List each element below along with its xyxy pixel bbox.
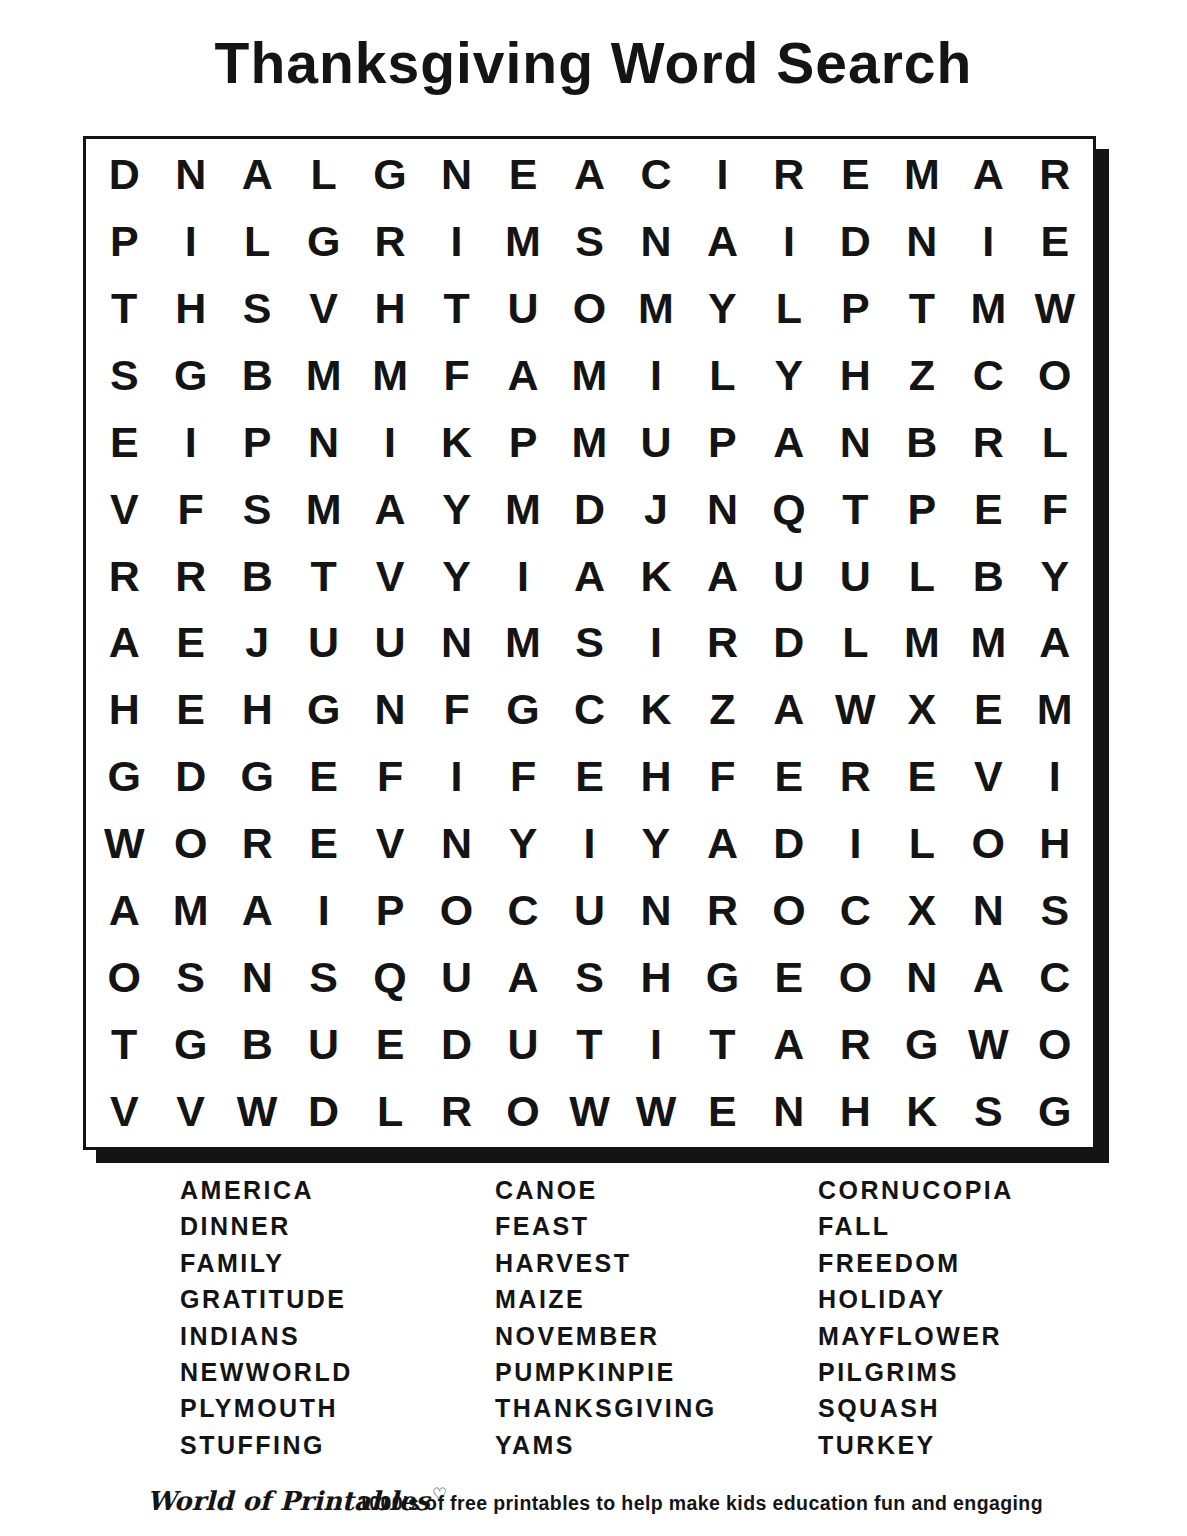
word-list-item: NEWWORLD [180, 1354, 353, 1390]
word-list-item: STUFFING [180, 1427, 353, 1463]
grid-cell[interactable]: O [423, 877, 489, 944]
grid-cell[interactable]: B [224, 342, 290, 409]
grid-cell[interactable]: C [623, 141, 689, 208]
grid-cell[interactable]: E [157, 676, 223, 743]
word-list-item: TURKEY [818, 1427, 1014, 1463]
grid-cell[interactable]: S [224, 275, 290, 342]
grid-cell[interactable]: O [490, 1078, 556, 1145]
grid-cell[interactable]: H [822, 342, 888, 409]
grid-cell[interactable]: A [955, 944, 1021, 1011]
grid-cell[interactable]: Y [623, 810, 689, 877]
word-list-item: PLYMOUTH [180, 1390, 353, 1426]
grid-cell[interactable]: M [889, 141, 955, 208]
grid-cell[interactable]: G [224, 743, 290, 810]
word-list-item: NOVEMBER [495, 1318, 717, 1354]
grid-cell[interactable]: A [357, 476, 423, 543]
grid-cell[interactable]: D [423, 1011, 489, 1078]
grid-cell[interactable]: G [91, 743, 157, 810]
grid-cell[interactable]: E [955, 676, 1021, 743]
grid-cell[interactable]: L [822, 610, 888, 677]
page-title: Thanksgiving Word Search [0, 30, 1187, 96]
grid-cell[interactable]: B [889, 409, 955, 476]
grid-cell[interactable]: J [224, 610, 290, 677]
grid-cell[interactable]: N [423, 810, 489, 877]
grid-cell[interactable]: A [490, 342, 556, 409]
grid-cell[interactable]: M [889, 610, 955, 677]
grid-cell[interactable]: H [623, 944, 689, 1011]
grid-cell[interactable]: R [91, 543, 157, 610]
grid-cell[interactable]: A [756, 409, 822, 476]
grid-cell[interactable]: H [822, 1078, 888, 1145]
grid-cell[interactable]: V [357, 543, 423, 610]
grid-cell[interactable]: U [623, 409, 689, 476]
grid-cell[interactable]: D [290, 1078, 356, 1145]
grid-cell[interactable]: U [490, 1011, 556, 1078]
grid-cell[interactable]: M [357, 342, 423, 409]
grid-cell[interactable]: U [490, 275, 556, 342]
grid-cell[interactable]: M [955, 610, 1021, 677]
grid-cell[interactable]: I [623, 1011, 689, 1078]
word-list-item: AMERICA [180, 1172, 353, 1208]
grid-cell[interactable]: G [490, 676, 556, 743]
grid-cell[interactable]: R [689, 610, 755, 677]
grid-cell[interactable]: T [556, 1011, 622, 1078]
grid-cell[interactable]: C [955, 342, 1021, 409]
word-list-item: HOLIDAY [818, 1281, 1014, 1317]
grid-cell[interactable]: M [490, 208, 556, 275]
grid-cell[interactable]: N [423, 141, 489, 208]
grid-cell[interactable]: A [955, 141, 1021, 208]
word-list-item: SQUASH [818, 1390, 1014, 1426]
grid-cell[interactable]: I [290, 877, 356, 944]
grid-cell[interactable]: G [689, 944, 755, 1011]
grid-cell[interactable]: A [689, 810, 755, 877]
grid-cell[interactable]: O [556, 275, 622, 342]
grid-cell[interactable]: K [623, 676, 689, 743]
grid-cell[interactable]: O [1022, 342, 1088, 409]
grid-cell[interactable]: S [556, 208, 622, 275]
grid-cell[interactable]: I [1022, 743, 1088, 810]
word-list-item: GRATITUDE [180, 1281, 353, 1317]
grid-cell[interactable]: B [224, 543, 290, 610]
grid-cell[interactable]: H [157, 275, 223, 342]
grid-cell[interactable]: P [91, 208, 157, 275]
grid-cell[interactable]: U [290, 610, 356, 677]
grid-cell[interactable]: G [157, 1011, 223, 1078]
grid-cell[interactable]: M [157, 877, 223, 944]
grid-cell[interactable]: Y [423, 476, 489, 543]
word-list-item: CANOE [495, 1172, 717, 1208]
grid-cell[interactable]: A [689, 208, 755, 275]
grid-cell[interactable]: Q [756, 476, 822, 543]
grid-cell[interactable]: E [689, 1078, 755, 1145]
grid-cell[interactable]: M [490, 476, 556, 543]
grid-cell[interactable]: I [756, 208, 822, 275]
grid-cell[interactable]: U [822, 543, 888, 610]
grid-cell[interactable]: M [290, 342, 356, 409]
grid-cell[interactable]: V [357, 810, 423, 877]
grid-cell[interactable]: T [822, 476, 888, 543]
grid-cell[interactable]: R [822, 1011, 888, 1078]
grid-cell[interactable]: E [822, 141, 888, 208]
grid-cell[interactable]: P [224, 409, 290, 476]
grid-cell[interactable]: I [822, 810, 888, 877]
grid-cell[interactable]: L [1022, 409, 1088, 476]
grid-cell[interactable]: C [556, 676, 622, 743]
grid-cell[interactable]: Y [423, 543, 489, 610]
grid-cell[interactable]: N [955, 877, 1021, 944]
grid-cell[interactable]: R [157, 543, 223, 610]
grid-cell[interactable]: G [290, 208, 356, 275]
grid-cell[interactable]: L [357, 1078, 423, 1145]
grid-cell[interactable]: G [889, 1011, 955, 1078]
grid-cell[interactable]: E [1022, 208, 1088, 275]
grid-cell[interactable]: I [556, 810, 622, 877]
grid-cell[interactable]: Q [357, 944, 423, 1011]
grid-cell[interactable]: G [290, 676, 356, 743]
grid-cell[interactable]: E [556, 743, 622, 810]
grid-cell[interactable]: T [290, 543, 356, 610]
grid-cell[interactable]: S [955, 1078, 1021, 1145]
grid-cell[interactable]: J [623, 476, 689, 543]
grid-cell[interactable]: W [91, 810, 157, 877]
grid-cell[interactable]: Y [1022, 543, 1088, 610]
grid-cell[interactable]: N [889, 944, 955, 1011]
grid-cell[interactable]: S [157, 944, 223, 1011]
grid-cell[interactable]: L [689, 342, 755, 409]
grid-cell[interactable]: M [623, 275, 689, 342]
grid-cell[interactable]: P [822, 275, 888, 342]
grid-cell[interactable]: Y [756, 342, 822, 409]
grid-cell[interactable]: A [224, 877, 290, 944]
word-list-item: FALL [818, 1208, 1014, 1244]
grid-cell[interactable]: M [556, 409, 622, 476]
grid-cell[interactable]: V [955, 743, 1021, 810]
grid-cell[interactable]: N [623, 208, 689, 275]
grid-cell[interactable]: O [1022, 1011, 1088, 1078]
grid-cell[interactable]: I [423, 208, 489, 275]
grid-cell[interactable]: A [91, 877, 157, 944]
grid-cell[interactable]: C [490, 877, 556, 944]
grid-cell[interactable]: S [91, 342, 157, 409]
grid-cell[interactable]: E [357, 1011, 423, 1078]
grid-cell[interactable]: M [490, 610, 556, 677]
grid-cell[interactable]: W [822, 676, 888, 743]
grid-cell[interactable]: W [623, 1078, 689, 1145]
grid-cell[interactable]: R [689, 877, 755, 944]
grid-cell[interactable]: L [889, 810, 955, 877]
grid-cell[interactable]: C [822, 877, 888, 944]
grid-cell[interactable]: N [157, 141, 223, 208]
grid-cell[interactable]: L [756, 275, 822, 342]
grid-cell[interactable]: F [689, 743, 755, 810]
grid-cell[interactable]: W [556, 1078, 622, 1145]
grid-cell[interactable]: R [955, 409, 1021, 476]
grid-cell[interactable]: M [1022, 676, 1088, 743]
grid-cell[interactable]: I [490, 543, 556, 610]
grid-cell[interactable]: I [357, 409, 423, 476]
grid-cell[interactable]: F [423, 676, 489, 743]
word-list-item: INDIANS [180, 1318, 353, 1354]
grid-cell[interactable]: E [889, 743, 955, 810]
word-list-item: CORNUCOPIA [818, 1172, 1014, 1208]
grid-cell[interactable]: R [756, 141, 822, 208]
grid-cell[interactable]: V [290, 275, 356, 342]
grid-cell[interactable]: X [889, 877, 955, 944]
grid-cell[interactable]: G [1022, 1078, 1088, 1145]
grid-cell[interactable]: F [490, 743, 556, 810]
grid-cell[interactable]: T [91, 1011, 157, 1078]
word-list-item: FREEDOM [818, 1245, 1014, 1281]
grid-cell[interactable]: E [490, 141, 556, 208]
grid-cell[interactable]: F [1022, 476, 1088, 543]
grid-cell[interactable]: D [756, 610, 822, 677]
grid-cell[interactable]: H [91, 676, 157, 743]
grid-cell[interactable]: I [955, 208, 1021, 275]
grid-cell[interactable]: O [91, 944, 157, 1011]
grid-cell[interactable]: F [357, 743, 423, 810]
grid-cell[interactable]: A [756, 1011, 822, 1078]
printable-page: Thanksgiving Word Search DNALGNEACIREMAR… [0, 0, 1187, 1536]
grid-cell[interactable]: I [423, 743, 489, 810]
grid-cell[interactable]: A [490, 944, 556, 1011]
grid-cell[interactable]: Z [689, 676, 755, 743]
word-list-column-1: AMERICADINNERFAMILYGRATITUDEINDIANSNEWWO… [180, 1172, 353, 1463]
word-list-item: THANKSGIVING [495, 1390, 717, 1426]
grid-cell[interactable]: A [556, 543, 622, 610]
grid-cell[interactable]: R [1022, 141, 1088, 208]
grid-cell[interactable]: N [423, 610, 489, 677]
grid-cell[interactable]: R [423, 1078, 489, 1145]
grid-cell[interactable]: W [224, 1078, 290, 1145]
grid-cell[interactable]: T [889, 275, 955, 342]
grid-cell[interactable]: A [556, 141, 622, 208]
grid-cell[interactable]: R [822, 743, 888, 810]
grid-cell[interactable]: N [357, 676, 423, 743]
word-list-item: PUMPKINPIE [495, 1354, 717, 1390]
grid-cell[interactable]: U [556, 877, 622, 944]
grid-cell[interactable]: E [290, 810, 356, 877]
word-list-column-2: CANOEFEASTHARVESTMAIZENOVEMBERPUMPKINPIE… [495, 1172, 717, 1463]
grid-cell[interactable]: H [357, 275, 423, 342]
grid-cell[interactable]: C [1022, 944, 1088, 1011]
grid-cell[interactable]: A [1022, 610, 1088, 677]
grid-cell[interactable]: U [290, 1011, 356, 1078]
grid-cell[interactable]: K [423, 409, 489, 476]
grid-cell[interactable]: R [357, 208, 423, 275]
grid-cell[interactable]: H [1022, 810, 1088, 877]
grid-cell[interactable]: K [623, 543, 689, 610]
grid-cell[interactable]: P [689, 409, 755, 476]
grid-cell[interactable]: G [357, 141, 423, 208]
footer: World of Printables♡ 1000's of free prin… [0, 1480, 1187, 1526]
grid-cell[interactable]: S [224, 476, 290, 543]
grid-cell[interactable]: D [822, 208, 888, 275]
grid-cell[interactable]: L [290, 141, 356, 208]
grid-cell[interactable]: O [157, 810, 223, 877]
word-list-item: PILGRIMS [818, 1354, 1014, 1390]
grid-cell[interactable]: N [623, 877, 689, 944]
grid-cell[interactable]: D [157, 743, 223, 810]
grid-cell[interactable]: A [91, 610, 157, 677]
grid-cell[interactable]: Y [689, 275, 755, 342]
word-list-item: HARVEST [495, 1245, 717, 1281]
word-list-item: YAMS [495, 1427, 717, 1463]
grid-cell[interactable]: N [224, 944, 290, 1011]
grid-cell[interactable]: V [91, 1078, 157, 1145]
grid-cell[interactable]: R [224, 810, 290, 877]
grid-cell[interactable]: L [224, 208, 290, 275]
grid-cell[interactable]: Y [490, 810, 556, 877]
word-search-grid: DNALGNEACIREMARPILGRIMSNAIDNIETHSVHTUOMY… [83, 136, 1096, 1150]
grid-cell[interactable]: E [157, 610, 223, 677]
grid-cell[interactable]: U [756, 543, 822, 610]
grid-cell[interactable]: M [955, 275, 1021, 342]
grid-cell[interactable]: I [623, 610, 689, 677]
grid-cell[interactable]: F [423, 342, 489, 409]
word-list-item: FEAST [495, 1208, 717, 1244]
word-list-column-3: CORNUCOPIAFALLFREEDOMHOLIDAYMAYFLOWERPIL… [818, 1172, 1014, 1463]
grid-cell[interactable]: S [556, 610, 622, 677]
grid-cell[interactable]: H [623, 743, 689, 810]
grid-cell[interactable]: E [756, 944, 822, 1011]
grid-cell[interactable]: T [423, 275, 489, 342]
grid-cell[interactable]: D [556, 476, 622, 543]
grid-cell[interactable]: F [157, 476, 223, 543]
grid-cell[interactable]: I [689, 141, 755, 208]
grid-cell[interactable]: G [157, 342, 223, 409]
grid-cell[interactable]: E [290, 743, 356, 810]
footer-tagline: 1000's of free printables to help make k… [358, 1492, 1043, 1515]
grid-cell[interactable]: E [756, 743, 822, 810]
grid-cell[interactable]: P [357, 877, 423, 944]
grid-cell[interactable]: N [689, 476, 755, 543]
grid-cell[interactable]: D [756, 810, 822, 877]
grid-cell[interactable]: A [756, 676, 822, 743]
grid-cell[interactable]: U [423, 944, 489, 1011]
grid-cell[interactable]: U [357, 610, 423, 677]
word-list-item: FAMILY [180, 1245, 353, 1281]
grid-cell[interactable]: P [490, 409, 556, 476]
grid-cell[interactable]: T [91, 275, 157, 342]
grid-cell[interactable]: M [290, 476, 356, 543]
grid-cell[interactable]: O [955, 810, 1021, 877]
grid-cell[interactable]: N [290, 409, 356, 476]
grid-cell[interactable]: E [955, 476, 1021, 543]
grid-cell[interactable]: N [822, 409, 888, 476]
grid-cell[interactable]: N [889, 208, 955, 275]
grid-cell[interactable]: A [224, 141, 290, 208]
grid-cell[interactable]: B [955, 543, 1021, 610]
grid-cell[interactable]: I [157, 208, 223, 275]
word-list-item: DINNER [180, 1208, 353, 1244]
grid-cell[interactable]: T [689, 1011, 755, 1078]
grid-cell[interactable]: I [623, 342, 689, 409]
grid-cell[interactable]: D [91, 141, 157, 208]
grid-cell[interactable]: O [756, 877, 822, 944]
grid-cell[interactable]: L [889, 543, 955, 610]
word-list-item: MAIZE [495, 1281, 717, 1317]
grid-cell[interactable]: E [91, 409, 157, 476]
grid-cell[interactable]: A [689, 543, 755, 610]
grid-cell[interactable]: B [224, 1011, 290, 1078]
grid-cell[interactable]: P [889, 476, 955, 543]
grid-cell[interactable]: V [91, 476, 157, 543]
grid-cell[interactable]: S [290, 944, 356, 1011]
grid-cell[interactable]: H [224, 676, 290, 743]
grid-cell[interactable]: W [1022, 275, 1088, 342]
grid-cell[interactable]: O [822, 944, 888, 1011]
grid-cell[interactable]: S [1022, 877, 1088, 944]
grid-cell[interactable]: S [556, 944, 622, 1011]
grid-cell[interactable]: W [955, 1011, 1021, 1078]
word-list-item: MAYFLOWER [818, 1318, 1014, 1354]
grid-cell[interactable]: K [889, 1078, 955, 1145]
grid-cell[interactable]: X [889, 676, 955, 743]
grid-cell[interactable]: V [157, 1078, 223, 1145]
grid-cell[interactable]: Z [889, 342, 955, 409]
grid-cell[interactable]: M [556, 342, 622, 409]
grid-cell[interactable]: I [157, 409, 223, 476]
grid-cell[interactable]: N [756, 1078, 822, 1145]
